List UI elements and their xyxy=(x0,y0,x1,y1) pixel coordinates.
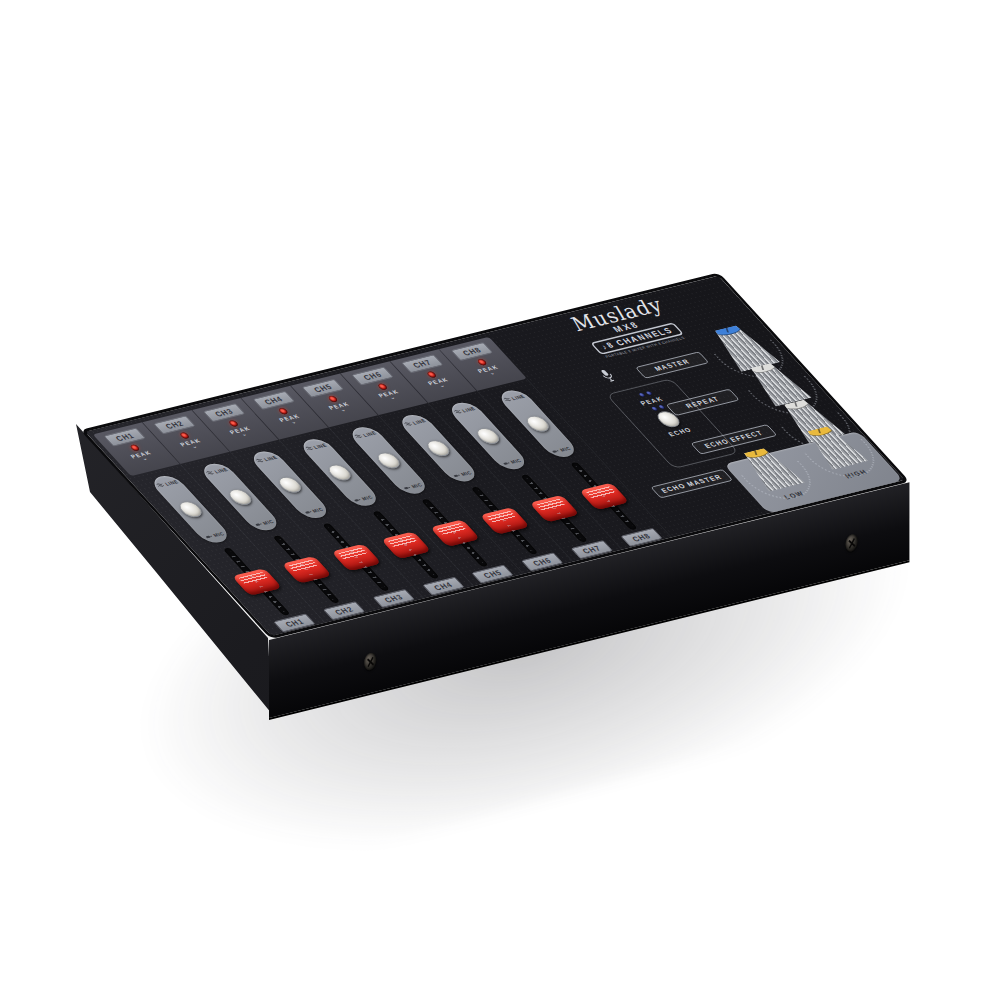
channel-label-box: CH6 xyxy=(351,367,393,386)
peak-led xyxy=(179,432,191,439)
channel-label-box: CH2 xyxy=(323,601,365,620)
chevron-down-icon: ⌄ xyxy=(290,420,297,424)
chevron-down-icon: ⌄ xyxy=(141,457,148,461)
line-label-row: LINE xyxy=(353,430,377,440)
echo-label: ECHO xyxy=(666,426,693,438)
channel-label-box: CH4 xyxy=(252,391,294,410)
peak-led xyxy=(476,359,488,366)
fader-cap[interactable] xyxy=(331,544,381,572)
channel-label-box: CH3 xyxy=(372,589,414,608)
mic-label-row: MIC xyxy=(203,530,225,539)
channel-label-box: CH5 xyxy=(472,565,514,584)
peak-led xyxy=(327,395,339,402)
line-label-row: LINE xyxy=(502,393,526,403)
fader-cap[interactable] xyxy=(480,507,530,535)
chevron-down-icon: ⌄ xyxy=(191,445,198,449)
echo-button[interactable] xyxy=(653,410,684,429)
echo-indicator-leds xyxy=(651,405,666,412)
channel-label-box: CH2 xyxy=(153,415,195,434)
line-mic-switch[interactable] xyxy=(374,451,405,470)
peak-led xyxy=(377,383,389,390)
mic-label-row: MIC xyxy=(402,482,424,491)
line-mic-switch[interactable] xyxy=(324,463,355,482)
product-photo-muslady-mx8-mixer: CH1 PEAK ⌄ CH2 PEAK ⌄ CH3 PEAK ⌄ CH4 PEA… xyxy=(0,0,1000,1000)
channel-label-box: CH1 xyxy=(104,428,146,447)
echo-master-label: ECHO MASTER xyxy=(650,469,733,498)
master-label: MASTER xyxy=(635,352,709,379)
chevron-down-icon: ⌄ xyxy=(438,384,445,388)
mic-label-row: MIC xyxy=(352,494,374,503)
fader-cap[interactable] xyxy=(282,556,332,584)
chevron-down-icon: ⌄ xyxy=(240,433,247,437)
channel-label-box: CH1 xyxy=(273,614,315,633)
knob-cap xyxy=(738,443,773,460)
line-label-row: LINE xyxy=(452,405,476,415)
line-mic-switch[interactable] xyxy=(225,487,256,506)
fader-cap[interactable] xyxy=(232,568,282,596)
fader-cap[interactable] xyxy=(381,532,431,560)
line-mic-switch[interactable] xyxy=(522,414,553,433)
chevron-down-icon: ⌄ xyxy=(488,371,495,375)
mic-label-row: MIC xyxy=(550,445,572,454)
channel-label-box: CH4 xyxy=(422,577,464,596)
brand-logo: Muslady MX8 ♪ 8 CHANNELS PORTABLE 8 MIXE… xyxy=(500,280,755,375)
channel-label-box: CH8 xyxy=(451,342,493,361)
mic-label-row: MIC xyxy=(501,457,523,466)
peak-led xyxy=(129,444,141,451)
channel-label-box: CH5 xyxy=(302,379,344,398)
fader-cap[interactable] xyxy=(579,483,629,511)
channel-label-box: CH8 xyxy=(620,528,662,547)
line-mic-switch[interactable] xyxy=(473,426,504,445)
channel-label-box: CH3 xyxy=(203,403,245,422)
line-label-row: LINE xyxy=(155,478,179,488)
line-label-row: LINE xyxy=(254,454,278,464)
chevron-down-icon: ⌄ xyxy=(389,396,396,400)
mic-label-row: MIC xyxy=(451,469,473,478)
chevron-down-icon: ⌄ xyxy=(339,408,346,412)
line-mic-switch[interactable] xyxy=(175,500,206,519)
channel-label-box: CH6 xyxy=(521,552,563,571)
microphone-icon xyxy=(596,368,618,383)
screw-icon xyxy=(364,652,376,672)
screw-icon xyxy=(846,533,858,553)
line-mic-switch[interactable] xyxy=(274,475,305,494)
line-mic-switch[interactable] xyxy=(423,438,454,457)
line-label-row: LINE xyxy=(403,417,427,427)
peak-led xyxy=(228,420,240,427)
peak-led xyxy=(426,371,438,378)
line-label-row: LINE xyxy=(205,466,229,476)
mic-label-row: MIC xyxy=(303,506,325,515)
mic-label-row: MIC xyxy=(253,518,275,527)
line-label-row: LINE xyxy=(304,442,328,452)
channel-label-box: CH7 xyxy=(401,354,443,373)
channel-label-box: CH7 xyxy=(571,540,613,559)
fader-cap[interactable] xyxy=(529,495,579,523)
peak-led xyxy=(278,408,290,415)
fader-cap[interactable] xyxy=(430,519,480,547)
